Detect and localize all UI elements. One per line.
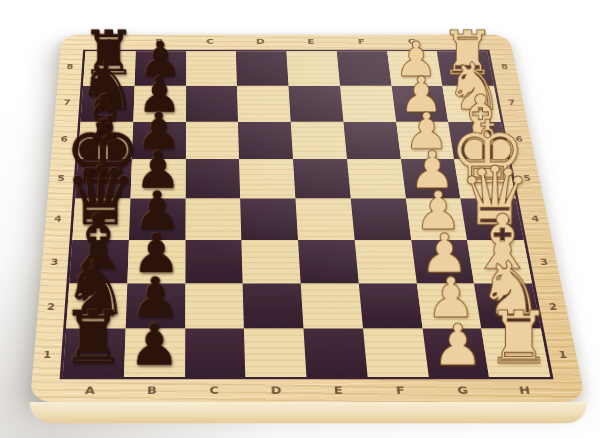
file-label: A (58, 384, 121, 397)
square-f2 (358, 283, 422, 329)
square-c2 (185, 283, 244, 329)
file-label: H (493, 384, 557, 397)
square-c5 (185, 159, 240, 198)
square-e8 (286, 51, 339, 85)
square-e3 (298, 240, 359, 283)
square-c4 (185, 198, 241, 239)
square-g1: ♟ (422, 329, 489, 377)
square-d4 (240, 198, 298, 239)
square-d1 (244, 329, 306, 377)
file-label: F (336, 37, 387, 46)
file-label: C (183, 384, 245, 397)
square-e4 (295, 198, 354, 239)
board-frame: ABCDEFGH ABCDEFGH 87654321 87654321 ♜♟♟♜… (30, 35, 586, 402)
board-grid: ♜♟♟♜♞♟♟♞♝♟♟♝♚♟♟♚♛♟♟♛♝♟♟♝♞♟♟♞♜♟♟♜ (60, 50, 554, 380)
rank-label: 1 (550, 330, 576, 379)
square-h1: ♜ (482, 329, 551, 377)
square-f3 (354, 240, 416, 283)
file-label: F (369, 384, 433, 397)
white-pawn: ♟ (433, 317, 484, 374)
square-c6 (185, 121, 239, 159)
file-label: C (185, 37, 236, 46)
square-a1: ♜ (63, 329, 126, 377)
file-labels-bottom: ABCDEFGH (58, 384, 557, 397)
file-label: E (285, 37, 336, 46)
square-f8 (337, 51, 392, 85)
white-rook: ♜ (486, 301, 551, 374)
square-f7 (340, 86, 396, 122)
square-e2 (301, 283, 363, 329)
square-e6 (291, 121, 347, 159)
square-b1: ♟ (124, 329, 185, 377)
file-label: D (235, 37, 286, 46)
file-label: B (121, 384, 183, 397)
square-f4 (350, 198, 410, 239)
square-c7 (186, 86, 239, 122)
square-c3 (185, 240, 243, 283)
square-d6 (238, 121, 293, 159)
square-d7 (237, 86, 291, 122)
rank-label: 2 (41, 284, 61, 330)
square-d5 (239, 159, 295, 198)
square-e5 (293, 159, 350, 198)
square-e7 (288, 86, 343, 122)
file-label: G (431, 384, 495, 397)
rank-label: 1 (37, 330, 57, 379)
file-label: E (307, 384, 370, 397)
black-pawn: ♟ (129, 317, 180, 374)
square-d3 (242, 240, 301, 283)
black-rook: ♜ (61, 301, 126, 374)
chessboard-photo: ABCDEFGH ABCDEFGH 87654321 87654321 ♜♟♟♜… (0, 0, 600, 438)
square-f5 (347, 159, 406, 198)
square-c8 (186, 51, 237, 85)
square-d2 (243, 283, 304, 329)
square-f6 (343, 121, 400, 159)
rank-label: 3 (45, 240, 64, 284)
square-e1 (303, 329, 367, 377)
square-d8 (236, 51, 288, 85)
square-c1 (185, 329, 246, 377)
chess-board: ABCDEFGH ABCDEFGH 87654321 87654321 ♜♟♟♜… (30, 35, 586, 402)
file-label: D (245, 384, 308, 397)
photo-scene: ABCDEFGH ABCDEFGH 87654321 87654321 ♜♟♟♜… (0, 0, 600, 438)
square-f1 (363, 329, 428, 377)
